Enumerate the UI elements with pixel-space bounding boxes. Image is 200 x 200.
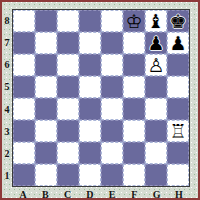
rank-label-5: 5 xyxy=(2,76,12,98)
square-d5[interactable] xyxy=(79,76,101,98)
square-g6[interactable]: ♙ xyxy=(145,54,167,76)
square-b7[interactable] xyxy=(35,32,57,54)
square-f1[interactable] xyxy=(123,164,145,186)
square-e7[interactable] xyxy=(101,32,123,54)
file-label-g: G xyxy=(146,189,168,200)
square-b5[interactable] xyxy=(35,76,57,98)
rank-labels: 87654321 xyxy=(2,9,12,187)
square-h4[interactable] xyxy=(167,98,189,120)
square-d2[interactable] xyxy=(79,142,101,164)
square-e8[interactable] xyxy=(101,10,123,32)
square-d4[interactable] xyxy=(79,98,101,120)
square-e3[interactable] xyxy=(101,120,123,142)
file-label-f: F xyxy=(123,189,145,200)
file-label-h: H xyxy=(168,189,190,200)
rank-label-4: 4 xyxy=(2,98,12,120)
square-b6[interactable] xyxy=(35,54,57,76)
square-c5[interactable] xyxy=(57,76,79,98)
square-c4[interactable] xyxy=(57,98,79,120)
piece-black-pawn[interactable]: ♟ xyxy=(147,34,164,53)
square-g5[interactable] xyxy=(145,76,167,98)
rank-label-3: 3 xyxy=(2,120,12,142)
rank-label-8: 8 xyxy=(2,9,12,31)
square-g4[interactable] xyxy=(145,98,167,120)
square-a3[interactable] xyxy=(13,120,35,142)
square-f7[interactable] xyxy=(123,32,145,54)
piece-white-rook[interactable]: ♖ xyxy=(169,122,186,141)
square-h1[interactable] xyxy=(167,164,189,186)
square-b1[interactable] xyxy=(35,164,57,186)
square-h7[interactable]: ♟ xyxy=(167,32,189,54)
square-c7[interactable] xyxy=(57,32,79,54)
square-h2[interactable] xyxy=(167,142,189,164)
square-h8[interactable]: ♚ xyxy=(167,10,189,32)
file-label-b: B xyxy=(34,189,56,200)
square-f3[interactable] xyxy=(123,120,145,142)
piece-white-pawn[interactable]: ♙ xyxy=(147,56,164,75)
square-a8[interactable] xyxy=(13,10,35,32)
rank-label-6: 6 xyxy=(2,54,12,76)
square-c6[interactable] xyxy=(57,54,79,76)
square-h6[interactable] xyxy=(167,54,189,76)
square-f8[interactable]: ♔ xyxy=(123,10,145,32)
square-c3[interactable] xyxy=(57,120,79,142)
square-c2[interactable] xyxy=(57,142,79,164)
square-c1[interactable] xyxy=(57,164,79,186)
square-g2[interactable] xyxy=(145,142,167,164)
square-f5[interactable] xyxy=(123,76,145,98)
square-a4[interactable] xyxy=(13,98,35,120)
square-h3[interactable]: ♖ xyxy=(167,120,189,142)
square-g1[interactable] xyxy=(145,164,167,186)
square-f4[interactable] xyxy=(123,98,145,120)
rank-label-7: 7 xyxy=(2,31,12,53)
square-a7[interactable] xyxy=(13,32,35,54)
piece-white-king[interactable]: ♔ xyxy=(125,12,142,31)
file-label-c: C xyxy=(57,189,79,200)
square-e6[interactable] xyxy=(101,54,123,76)
file-label-d: D xyxy=(79,189,101,200)
square-f6[interactable] xyxy=(123,54,145,76)
square-d7[interactable] xyxy=(79,32,101,54)
square-a6[interactable] xyxy=(13,54,35,76)
square-d3[interactable] xyxy=(79,120,101,142)
rank-label-2: 2 xyxy=(2,143,12,165)
piece-black-pawn[interactable]: ♟ xyxy=(169,34,186,53)
square-e2[interactable] xyxy=(101,142,123,164)
square-g7[interactable]: ♟ xyxy=(145,32,167,54)
file-label-a: A xyxy=(12,189,34,200)
square-a5[interactable] xyxy=(13,76,35,98)
square-f2[interactable] xyxy=(123,142,145,164)
square-d6[interactable] xyxy=(79,54,101,76)
piece-black-king[interactable]: ♚ xyxy=(169,12,186,31)
square-b3[interactable] xyxy=(35,120,57,142)
chess-board: ♔♝♚♟♟♙♖ xyxy=(12,9,190,187)
square-e1[interactable] xyxy=(101,164,123,186)
square-d8[interactable] xyxy=(79,10,101,32)
square-a2[interactable] xyxy=(13,142,35,164)
square-g8[interactable]: ♝ xyxy=(145,10,167,32)
square-h5[interactable] xyxy=(167,76,189,98)
square-e5[interactable] xyxy=(101,76,123,98)
square-b8[interactable] xyxy=(35,10,57,32)
square-e4[interactable] xyxy=(101,98,123,120)
square-d1[interactable] xyxy=(79,164,101,186)
square-b2[interactable] xyxy=(35,142,57,164)
piece-black-bishop[interactable]: ♝ xyxy=(147,12,164,31)
rank-label-1: 1 xyxy=(2,165,12,187)
square-g3[interactable] xyxy=(145,120,167,142)
file-label-e: E xyxy=(101,189,123,200)
chess-diagram-frame: 87654321 ♔♝♚♟♟♙♖ ABCDEFGH xyxy=(0,0,200,200)
square-a1[interactable] xyxy=(13,164,35,186)
file-labels: ABCDEFGH xyxy=(12,189,190,200)
square-b4[interactable] xyxy=(35,98,57,120)
square-c8[interactable] xyxy=(57,10,79,32)
